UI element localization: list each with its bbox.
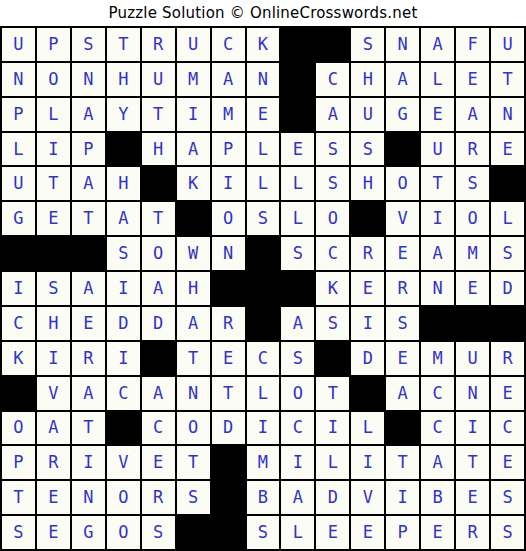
black-cell-r9c14 bbox=[456, 307, 489, 340]
letter-cell-r12c14: I bbox=[456, 412, 489, 445]
letter-cell-r6c8: S bbox=[247, 202, 280, 235]
letter-cell-r3c10: A bbox=[316, 98, 349, 131]
letter-cell-r2c6: M bbox=[177, 63, 210, 96]
black-cell-r7c8 bbox=[247, 237, 280, 270]
letter-cell-r11c3: A bbox=[72, 377, 105, 410]
letter-cell-r2c5: U bbox=[142, 63, 175, 96]
letter-cell-r1c2: P bbox=[37, 28, 70, 61]
letter-cell-r4c11: S bbox=[351, 133, 384, 166]
black-cell-r11c1 bbox=[2, 377, 35, 410]
letter-cell-r4c8: L bbox=[247, 133, 280, 166]
letter-cell-r6c3: T bbox=[72, 202, 105, 235]
letter-cell-r2c11: H bbox=[351, 63, 384, 96]
letter-cell-r12c6: O bbox=[177, 412, 210, 445]
letter-cell-r8c2: S bbox=[37, 272, 70, 305]
letter-cell-r11c9: O bbox=[281, 377, 314, 410]
letter-cell-r15c3: G bbox=[72, 516, 105, 549]
letter-cell-r15c2: E bbox=[37, 516, 70, 549]
letter-cell-r4c6: A bbox=[177, 133, 210, 166]
letter-cell-r14c12: I bbox=[386, 481, 419, 514]
letter-cell-r2c3: N bbox=[72, 63, 105, 96]
letter-cell-r8c13: N bbox=[421, 272, 454, 305]
letter-cell-r7c13: A bbox=[421, 237, 454, 270]
letter-cell-r3c15: N bbox=[491, 98, 524, 131]
black-cell-r3c9 bbox=[281, 98, 314, 131]
letter-cell-r12c3: T bbox=[72, 412, 105, 445]
letter-cell-r13c9: I bbox=[281, 446, 314, 479]
letter-cell-r6c12: V bbox=[386, 202, 419, 235]
letter-cell-r15c13: E bbox=[421, 516, 454, 549]
letter-cell-r11c8: L bbox=[247, 377, 280, 410]
letter-cell-r6c15: L bbox=[491, 202, 524, 235]
letter-cell-r12c8: I bbox=[247, 412, 280, 445]
letter-cell-r1c11: S bbox=[351, 28, 384, 61]
black-cell-r8c9 bbox=[281, 272, 314, 305]
letter-cell-r13c10: L bbox=[316, 446, 349, 479]
letter-cell-r1c6: U bbox=[177, 28, 210, 61]
letter-cell-r4c9: E bbox=[281, 133, 314, 166]
black-cell-r5c5 bbox=[142, 167, 175, 200]
letter-cell-r2c2: O bbox=[37, 63, 70, 96]
letter-cell-r10c9: S bbox=[281, 342, 314, 375]
letter-cell-r5c12: O bbox=[386, 167, 419, 200]
letter-cell-r9c11: I bbox=[351, 307, 384, 340]
letter-cell-r2c1: N bbox=[2, 63, 35, 96]
letter-cell-r9c12: S bbox=[386, 307, 419, 340]
black-cell-r9c13 bbox=[421, 307, 454, 340]
black-cell-r1c9 bbox=[281, 28, 314, 61]
letter-cell-r4c2: I bbox=[37, 133, 70, 166]
letter-cell-r1c12: N bbox=[386, 28, 419, 61]
letter-cell-r7c4: S bbox=[107, 237, 140, 270]
letter-cell-r9c10: S bbox=[316, 307, 349, 340]
letter-cell-r8c10: K bbox=[316, 272, 349, 305]
letter-cell-r3c11: U bbox=[351, 98, 384, 131]
letter-cell-r15c15: S bbox=[491, 516, 524, 549]
black-cell-r6c6 bbox=[177, 202, 210, 235]
letter-cell-r12c13: C bbox=[421, 412, 454, 445]
letter-cell-r11c15: E bbox=[491, 377, 524, 410]
letter-cell-r9c5: D bbox=[142, 307, 175, 340]
letter-cell-r5c10: S bbox=[316, 167, 349, 200]
letter-cell-r11c14: N bbox=[456, 377, 489, 410]
letter-cell-r14c10: D bbox=[316, 481, 349, 514]
black-cell-r10c10 bbox=[316, 342, 349, 375]
letter-cell-r5c7: I bbox=[212, 167, 245, 200]
letter-cell-r11c4: C bbox=[107, 377, 140, 410]
black-cell-r5c15 bbox=[491, 167, 524, 200]
letter-cell-r2c10: C bbox=[316, 63, 349, 96]
letter-cell-r12c10: I bbox=[316, 412, 349, 445]
page-title: Puzzle Solution © OnlineCrosswords.net bbox=[0, 0, 526, 26]
letter-cell-r3c14: A bbox=[456, 98, 489, 131]
letter-cell-r11c10: T bbox=[316, 377, 349, 410]
black-cell-r4c12 bbox=[386, 133, 419, 166]
letter-cell-r5c9: L bbox=[281, 167, 314, 200]
letter-cell-r8c3: A bbox=[72, 272, 105, 305]
black-cell-r11c11 bbox=[351, 377, 384, 410]
letter-cell-r14c8: B bbox=[247, 481, 280, 514]
letter-cell-r14c3: N bbox=[72, 481, 105, 514]
letter-cell-r13c8: M bbox=[247, 446, 280, 479]
letter-cell-r5c13: T bbox=[421, 167, 454, 200]
black-cell-r13c7 bbox=[212, 446, 245, 479]
letter-cell-r1c1: U bbox=[2, 28, 35, 61]
letter-cell-r12c5: C bbox=[142, 412, 175, 445]
letter-cell-r14c4: O bbox=[107, 481, 140, 514]
letter-cell-r15c12: P bbox=[386, 516, 419, 549]
letter-cell-r6c5: T bbox=[142, 202, 175, 235]
letter-cell-r2c13: L bbox=[421, 63, 454, 96]
letter-cell-r6c10: O bbox=[316, 202, 349, 235]
letter-cell-r10c2: I bbox=[37, 342, 70, 375]
letter-cell-r3c4: Y bbox=[107, 98, 140, 131]
black-cell-r7c1 bbox=[2, 237, 35, 270]
crossword-grid: UPSTRUCKSNAFUNONHUMANCHALETPLAYTIMEAUGEA… bbox=[0, 26, 526, 551]
letter-cell-r14c11: V bbox=[351, 481, 384, 514]
letter-cell-r3c2: L bbox=[37, 98, 70, 131]
letter-cell-r6c7: O bbox=[212, 202, 245, 235]
letter-cell-r4c13: U bbox=[421, 133, 454, 166]
letter-cell-r15c1: S bbox=[2, 516, 35, 549]
letter-cell-r8c11: E bbox=[351, 272, 384, 305]
letter-cell-r4c5: H bbox=[142, 133, 175, 166]
letter-cell-r12c15: C bbox=[491, 412, 524, 445]
letter-cell-r14c2: E bbox=[37, 481, 70, 514]
black-cell-r10c5 bbox=[142, 342, 175, 375]
letter-cell-r7c14: M bbox=[456, 237, 489, 270]
letter-cell-r12c9: C bbox=[281, 412, 314, 445]
letter-cell-r2c4: H bbox=[107, 63, 140, 96]
black-cell-r12c4 bbox=[107, 412, 140, 445]
letter-cell-r11c13: C bbox=[421, 377, 454, 410]
letter-cell-r15c10: E bbox=[316, 516, 349, 549]
letter-cell-r10c3: R bbox=[72, 342, 105, 375]
letter-cell-r3c13: E bbox=[421, 98, 454, 131]
letter-cell-r10c6: T bbox=[177, 342, 210, 375]
letter-cell-r3c6: I bbox=[177, 98, 210, 131]
letter-cell-r3c5: T bbox=[142, 98, 175, 131]
black-cell-r8c7 bbox=[212, 272, 245, 305]
black-cell-r8c8 bbox=[247, 272, 280, 305]
letter-cell-r8c14: E bbox=[456, 272, 489, 305]
letter-cell-r15c4: O bbox=[107, 516, 140, 549]
letter-cell-r11c12: A bbox=[386, 377, 419, 410]
letter-cell-r9c4: D bbox=[107, 307, 140, 340]
letter-cell-r4c10: S bbox=[316, 133, 349, 166]
letter-cell-r2c14: E bbox=[456, 63, 489, 96]
letter-cell-r14c14: E bbox=[456, 481, 489, 514]
letter-cell-r13c11: I bbox=[351, 446, 384, 479]
letter-cell-r4c7: P bbox=[212, 133, 245, 166]
letter-cell-r5c4: H bbox=[107, 167, 140, 200]
letter-cell-r6c13: I bbox=[421, 202, 454, 235]
letter-cell-r14c9: A bbox=[281, 481, 314, 514]
letter-cell-r8c6: H bbox=[177, 272, 210, 305]
letter-cell-r15c11: E bbox=[351, 516, 384, 549]
letter-cell-r1c8: K bbox=[247, 28, 280, 61]
letter-cell-r7c10: C bbox=[316, 237, 349, 270]
black-cell-r1c10 bbox=[316, 28, 349, 61]
black-cell-r7c2 bbox=[37, 237, 70, 270]
letter-cell-r5c1: U bbox=[2, 167, 35, 200]
letter-cell-r10c12: E bbox=[386, 342, 419, 375]
letter-cell-r7c15: S bbox=[491, 237, 524, 270]
letter-cell-r1c14: F bbox=[456, 28, 489, 61]
letter-cell-r7c9: S bbox=[281, 237, 314, 270]
letter-cell-r6c1: G bbox=[2, 202, 35, 235]
letter-cell-r8c12: R bbox=[386, 272, 419, 305]
letter-cell-r12c2: A bbox=[37, 412, 70, 445]
black-cell-r9c15 bbox=[491, 307, 524, 340]
letter-cell-r5c3: A bbox=[72, 167, 105, 200]
letter-cell-r13c12: T bbox=[386, 446, 419, 479]
letter-cell-r10c8: C bbox=[247, 342, 280, 375]
letter-cell-r14c15: S bbox=[491, 481, 524, 514]
letter-cell-r3c12: G bbox=[386, 98, 419, 131]
letter-cell-r10c1: K bbox=[2, 342, 35, 375]
letter-cell-r12c11: L bbox=[351, 412, 384, 445]
letter-cell-r3c1: P bbox=[2, 98, 35, 131]
letter-cell-r11c6: N bbox=[177, 377, 210, 410]
letter-cell-r13c3: I bbox=[72, 446, 105, 479]
letter-cell-r2c12: A bbox=[386, 63, 419, 96]
letter-cell-r9c1: C bbox=[2, 307, 35, 340]
letter-cell-r9c3: E bbox=[72, 307, 105, 340]
letter-cell-r1c15: U bbox=[491, 28, 524, 61]
letter-cell-r7c7: N bbox=[212, 237, 245, 270]
letter-cell-r14c1: T bbox=[2, 481, 35, 514]
letter-cell-r13c2: R bbox=[37, 446, 70, 479]
letter-cell-r13c5: E bbox=[142, 446, 175, 479]
letter-cell-r7c6: W bbox=[177, 237, 210, 270]
letter-cell-r4c15: E bbox=[491, 133, 524, 166]
letter-cell-r1c5: R bbox=[142, 28, 175, 61]
letter-cell-r13c1: P bbox=[2, 446, 35, 479]
letter-cell-r1c3: S bbox=[72, 28, 105, 61]
letter-cell-r1c13: A bbox=[421, 28, 454, 61]
letter-cell-r14c5: R bbox=[142, 481, 175, 514]
letter-cell-r5c6: K bbox=[177, 167, 210, 200]
black-cell-r4c4 bbox=[107, 133, 140, 166]
letter-cell-r13c4: V bbox=[107, 446, 140, 479]
letter-cell-r5c11: H bbox=[351, 167, 384, 200]
letter-cell-r1c7: C bbox=[212, 28, 245, 61]
letter-cell-r8c5: A bbox=[142, 272, 175, 305]
letter-cell-r6c14: O bbox=[456, 202, 489, 235]
letter-cell-r7c12: E bbox=[386, 237, 419, 270]
black-cell-r9c8 bbox=[247, 307, 280, 340]
letter-cell-r10c4: I bbox=[107, 342, 140, 375]
letter-cell-r3c8: E bbox=[247, 98, 280, 131]
letter-cell-r7c11: R bbox=[351, 237, 384, 270]
letter-cell-r8c15: D bbox=[491, 272, 524, 305]
letter-cell-r9c6: A bbox=[177, 307, 210, 340]
letter-cell-r7c5: O bbox=[142, 237, 175, 270]
letter-cell-r12c7: D bbox=[212, 412, 245, 445]
letter-cell-r14c13: B bbox=[421, 481, 454, 514]
letter-cell-r5c14: S bbox=[456, 167, 489, 200]
letter-cell-r13c13: A bbox=[421, 446, 454, 479]
letter-cell-r5c8: L bbox=[247, 167, 280, 200]
letter-cell-r15c5: S bbox=[142, 516, 175, 549]
puzzle-solution-page: Puzzle Solution © OnlineCrosswords.net U… bbox=[0, 0, 526, 551]
black-cell-r14c7 bbox=[212, 481, 245, 514]
letter-cell-r6c2: E bbox=[37, 202, 70, 235]
letter-cell-r2c7: A bbox=[212, 63, 245, 96]
letter-cell-r2c8: N bbox=[247, 63, 280, 96]
letter-cell-r13c14: T bbox=[456, 446, 489, 479]
letter-cell-r5c2: T bbox=[37, 167, 70, 200]
letter-cell-r11c2: V bbox=[37, 377, 70, 410]
letter-cell-r13c15: E bbox=[491, 446, 524, 479]
letter-cell-r10c7: E bbox=[212, 342, 245, 375]
letter-cell-r3c3: A bbox=[72, 98, 105, 131]
letter-cell-r2c15: T bbox=[491, 63, 524, 96]
letter-cell-r4c14: R bbox=[456, 133, 489, 166]
letter-cell-r9c2: H bbox=[37, 307, 70, 340]
letter-cell-r10c13: M bbox=[421, 342, 454, 375]
letter-cell-r10c15: R bbox=[491, 342, 524, 375]
black-cell-r7c3 bbox=[72, 237, 105, 270]
letter-cell-r8c1: I bbox=[2, 272, 35, 305]
letter-cell-r15c9: L bbox=[281, 516, 314, 549]
letter-cell-r12c1: O bbox=[2, 412, 35, 445]
letter-cell-r9c9: A bbox=[281, 307, 314, 340]
letter-cell-r4c3: P bbox=[72, 133, 105, 166]
black-cell-r15c7 bbox=[212, 516, 245, 549]
letter-cell-r1c4: T bbox=[107, 28, 140, 61]
black-cell-r2c9 bbox=[281, 63, 314, 96]
letter-cell-r11c5: A bbox=[142, 377, 175, 410]
letter-cell-r15c8: S bbox=[247, 516, 280, 549]
letter-cell-r10c14: U bbox=[456, 342, 489, 375]
letter-cell-r9c7: R bbox=[212, 307, 245, 340]
letter-cell-r10c11: D bbox=[351, 342, 384, 375]
black-cell-r6c11 bbox=[351, 202, 384, 235]
letter-cell-r14c6: S bbox=[177, 481, 210, 514]
letter-cell-r13c6: T bbox=[177, 446, 210, 479]
letter-cell-r6c9: L bbox=[281, 202, 314, 235]
black-cell-r12c12 bbox=[386, 412, 419, 445]
letter-cell-r3c7: M bbox=[212, 98, 245, 131]
letter-cell-r8c4: I bbox=[107, 272, 140, 305]
letter-cell-r15c14: R bbox=[456, 516, 489, 549]
letter-cell-r4c1: L bbox=[2, 133, 35, 166]
letter-cell-r6c4: A bbox=[107, 202, 140, 235]
letter-cell-r11c7: T bbox=[212, 377, 245, 410]
black-cell-r15c6 bbox=[177, 516, 210, 549]
